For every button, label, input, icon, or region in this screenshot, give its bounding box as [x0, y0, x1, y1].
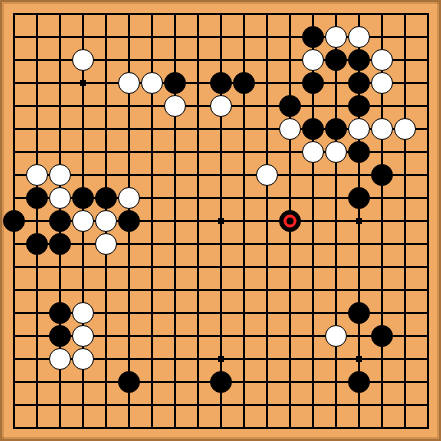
black-stone[interactable] — [348, 187, 370, 209]
black-stone[interactable] — [210, 72, 232, 94]
white-stone[interactable] — [164, 95, 186, 117]
grid-line — [335, 13, 337, 429]
black-stone[interactable] — [72, 187, 94, 209]
white-stone[interactable] — [49, 348, 71, 370]
marked-last-move-stone[interactable] — [279, 210, 301, 232]
star-point — [218, 356, 224, 362]
black-stone[interactable] — [49, 325, 71, 347]
black-stone[interactable] — [371, 325, 393, 347]
star-point — [356, 356, 362, 362]
black-stone[interactable] — [371, 164, 393, 186]
black-stone[interactable] — [348, 72, 370, 94]
grid-line — [13, 243, 429, 245]
black-stone[interactable] — [164, 72, 186, 94]
black-stone[interactable] — [210, 371, 232, 393]
last-move-circle-mark — [284, 215, 297, 228]
white-stone[interactable] — [348, 26, 370, 48]
white-stone[interactable] — [371, 72, 393, 94]
black-stone[interactable] — [95, 187, 117, 209]
black-stone[interactable] — [325, 118, 347, 140]
black-stone[interactable] — [118, 371, 140, 393]
white-stone[interactable] — [72, 325, 94, 347]
white-stone[interactable] — [72, 210, 94, 232]
star-point — [356, 218, 362, 224]
white-stone[interactable] — [141, 72, 163, 94]
white-stone[interactable] — [95, 233, 117, 255]
black-stone[interactable] — [49, 233, 71, 255]
white-stone[interactable] — [95, 210, 117, 232]
black-stone[interactable] — [302, 72, 324, 94]
white-stone[interactable] — [256, 164, 278, 186]
white-stone[interactable] — [325, 325, 347, 347]
white-stone[interactable] — [302, 141, 324, 163]
black-stone[interactable] — [3, 210, 25, 232]
white-stone[interactable] — [72, 348, 94, 370]
white-stone[interactable] — [371, 118, 393, 140]
grid-line — [427, 13, 429, 429]
black-stone[interactable] — [302, 118, 324, 140]
white-stone[interactable] — [210, 95, 232, 117]
white-stone[interactable] — [325, 141, 347, 163]
grid-line — [13, 404, 429, 406]
black-stone[interactable] — [279, 95, 301, 117]
white-stone[interactable] — [371, 49, 393, 71]
grid-line — [404, 13, 406, 429]
grid-line — [13, 289, 429, 291]
white-stone[interactable] — [49, 164, 71, 186]
white-stone[interactable] — [279, 118, 301, 140]
black-stone[interactable] — [49, 302, 71, 324]
white-stone[interactable] — [72, 49, 94, 71]
star-point — [80, 80, 86, 86]
black-stone[interactable] — [118, 210, 140, 232]
black-stone[interactable] — [348, 95, 370, 117]
black-stone[interactable] — [348, 49, 370, 71]
star-point — [218, 218, 224, 224]
grid-line — [266, 13, 268, 429]
black-stone[interactable] — [302, 26, 324, 48]
white-stone[interactable] — [302, 49, 324, 71]
black-stone[interactable] — [26, 233, 48, 255]
black-stone[interactable] — [26, 187, 48, 209]
black-stone[interactable] — [348, 302, 370, 324]
white-stone[interactable] — [118, 187, 140, 209]
go-board-window — [0, 0, 441, 441]
white-stone[interactable] — [26, 164, 48, 186]
black-stone[interactable] — [325, 49, 347, 71]
white-stone[interactable] — [49, 187, 71, 209]
white-stone[interactable] — [72, 302, 94, 324]
black-stone[interactable] — [233, 72, 255, 94]
go-board[interactable] — [0, 0, 441, 441]
white-stone[interactable] — [325, 26, 347, 48]
grid-line — [13, 427, 429, 429]
white-stone[interactable] — [348, 118, 370, 140]
white-stone[interactable] — [118, 72, 140, 94]
white-stone[interactable] — [394, 118, 416, 140]
grid-line — [13, 266, 429, 268]
black-stone[interactable] — [348, 371, 370, 393]
black-stone[interactable] — [49, 210, 71, 232]
black-stone[interactable] — [348, 141, 370, 163]
